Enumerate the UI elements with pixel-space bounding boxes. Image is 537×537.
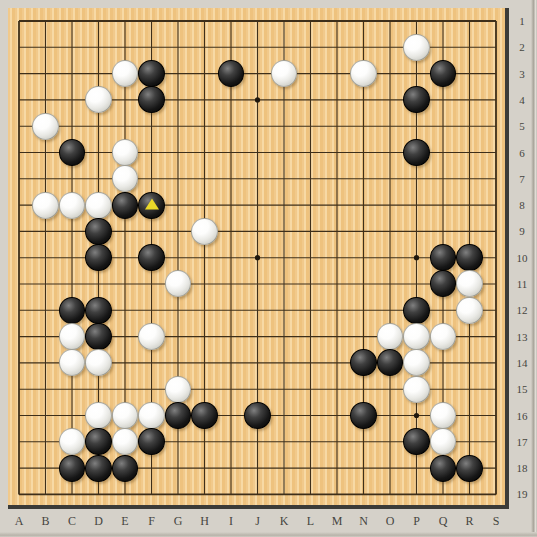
intersection-K9[interactable] [271, 218, 298, 244]
intersection-G11[interactable] [165, 271, 192, 297]
intersection-A4[interactable] [6, 87, 33, 113]
intersection-N9[interactable] [350, 218, 377, 244]
intersection-Q9[interactable] [430, 218, 457, 244]
intersection-M6[interactable] [324, 139, 351, 165]
intersection-E3[interactable] [112, 60, 139, 86]
intersection-K5[interactable] [271, 113, 298, 139]
intersection-M3[interactable] [324, 60, 351, 86]
intersection-I16[interactable] [218, 402, 245, 428]
intersection-N2[interactable] [350, 34, 377, 60]
intersection-J10[interactable] [244, 245, 271, 271]
intersection-H3[interactable] [191, 60, 218, 86]
intersection-G14[interactable] [165, 350, 192, 376]
intersection-K8[interactable] [271, 192, 298, 218]
intersection-S17[interactable] [483, 429, 510, 455]
intersection-P2[interactable] [403, 34, 430, 60]
intersection-F13[interactable] [138, 323, 165, 349]
intersection-B10[interactable] [32, 245, 59, 271]
intersection-S18[interactable] [483, 455, 510, 481]
intersection-O3[interactable] [377, 60, 404, 86]
intersection-L2[interactable] [297, 34, 324, 60]
intersection-B17[interactable] [32, 429, 59, 455]
intersection-E19[interactable] [112, 481, 139, 507]
intersection-H9[interactable] [191, 218, 218, 244]
intersection-E17[interactable] [112, 429, 139, 455]
intersection-D16[interactable] [85, 402, 112, 428]
intersection-F7[interactable] [138, 166, 165, 192]
intersection-F9[interactable] [138, 218, 165, 244]
intersection-B1[interactable] [32, 8, 59, 34]
intersection-A5[interactable] [6, 113, 33, 139]
intersection-N6[interactable] [350, 139, 377, 165]
intersection-O8[interactable] [377, 192, 404, 218]
intersection-B14[interactable] [32, 350, 59, 376]
intersection-K11[interactable] [271, 271, 298, 297]
intersection-Q7[interactable] [430, 166, 457, 192]
intersection-B18[interactable] [32, 455, 59, 481]
intersection-G3[interactable] [165, 60, 192, 86]
intersection-B15[interactable] [32, 376, 59, 402]
intersection-A8[interactable] [6, 192, 33, 218]
intersection-M17[interactable] [324, 429, 351, 455]
intersection-I12[interactable] [218, 297, 245, 323]
intersection-N10[interactable] [350, 245, 377, 271]
intersection-Q13[interactable] [430, 323, 457, 349]
intersection-A12[interactable] [6, 297, 33, 323]
intersection-O1[interactable] [377, 8, 404, 34]
intersection-A2[interactable] [6, 34, 33, 60]
intersection-O18[interactable] [377, 455, 404, 481]
intersection-C17[interactable] [59, 429, 86, 455]
intersection-C1[interactable] [59, 8, 86, 34]
intersection-C4[interactable] [59, 87, 86, 113]
intersection-J3[interactable] [244, 60, 271, 86]
intersection-Q19[interactable] [430, 481, 457, 507]
intersection-L15[interactable] [297, 376, 324, 402]
intersection-J4[interactable] [244, 87, 271, 113]
intersection-G18[interactable] [165, 455, 192, 481]
intersection-A13[interactable] [6, 323, 33, 349]
intersection-S6[interactable] [483, 139, 510, 165]
intersection-F12[interactable] [138, 297, 165, 323]
intersection-R2[interactable] [456, 34, 483, 60]
intersection-K19[interactable] [271, 481, 298, 507]
intersection-P6[interactable] [403, 139, 430, 165]
intersection-M16[interactable] [324, 402, 351, 428]
intersection-F11[interactable] [138, 271, 165, 297]
intersection-P4[interactable] [403, 87, 430, 113]
intersection-F6[interactable] [138, 139, 165, 165]
intersection-D4[interactable] [85, 87, 112, 113]
intersection-I17[interactable] [218, 429, 245, 455]
intersection-M15[interactable] [324, 376, 351, 402]
intersection-D3[interactable] [85, 60, 112, 86]
intersection-K3[interactable] [271, 60, 298, 86]
intersection-H8[interactable] [191, 192, 218, 218]
intersection-I8[interactable] [218, 192, 245, 218]
intersection-C10[interactable] [59, 245, 86, 271]
intersection-F2[interactable] [138, 34, 165, 60]
intersection-M2[interactable] [324, 34, 351, 60]
intersection-H2[interactable] [191, 34, 218, 60]
intersection-S2[interactable] [483, 34, 510, 60]
intersection-R8[interactable] [456, 192, 483, 218]
intersection-P7[interactable] [403, 166, 430, 192]
intersection-P16[interactable] [403, 402, 430, 428]
intersection-J8[interactable] [244, 192, 271, 218]
intersection-Q5[interactable] [430, 113, 457, 139]
intersection-G6[interactable] [165, 139, 192, 165]
intersection-Q14[interactable] [430, 350, 457, 376]
intersection-O2[interactable] [377, 34, 404, 60]
intersection-J1[interactable] [244, 8, 271, 34]
intersection-J15[interactable] [244, 376, 271, 402]
intersection-O14[interactable] [377, 350, 404, 376]
intersection-L1[interactable] [297, 8, 324, 34]
intersection-G17[interactable] [165, 429, 192, 455]
intersection-L13[interactable] [297, 323, 324, 349]
intersection-E5[interactable] [112, 113, 139, 139]
intersection-J13[interactable] [244, 323, 271, 349]
intersection-G1[interactable] [165, 8, 192, 34]
intersection-G16[interactable] [165, 402, 192, 428]
intersection-L3[interactable] [297, 60, 324, 86]
intersection-R7[interactable] [456, 166, 483, 192]
intersection-B11[interactable] [32, 271, 59, 297]
intersection-S16[interactable] [483, 402, 510, 428]
intersection-K16[interactable] [271, 402, 298, 428]
intersection-F19[interactable] [138, 481, 165, 507]
intersection-F5[interactable] [138, 113, 165, 139]
intersection-R5[interactable] [456, 113, 483, 139]
intersection-M8[interactable] [324, 192, 351, 218]
intersection-D11[interactable] [85, 271, 112, 297]
intersection-L14[interactable] [297, 350, 324, 376]
intersection-B5[interactable] [32, 113, 59, 139]
intersection-D2[interactable] [85, 34, 112, 60]
intersection-R16[interactable] [456, 402, 483, 428]
intersection-R9[interactable] [456, 218, 483, 244]
intersection-D19[interactable] [85, 481, 112, 507]
intersection-P12[interactable] [403, 297, 430, 323]
intersection-H14[interactable] [191, 350, 218, 376]
intersection-E16[interactable] [112, 402, 139, 428]
intersection-C3[interactable] [59, 60, 86, 86]
intersection-M12[interactable] [324, 297, 351, 323]
intersection-I4[interactable] [218, 87, 245, 113]
intersection-J19[interactable] [244, 481, 271, 507]
intersection-P11[interactable] [403, 271, 430, 297]
intersection-N11[interactable] [350, 271, 377, 297]
intersection-J16[interactable] [244, 402, 271, 428]
intersection-S1[interactable] [483, 8, 510, 34]
intersection-O5[interactable] [377, 113, 404, 139]
intersection-B8[interactable] [32, 192, 59, 218]
intersection-H12[interactable] [191, 297, 218, 323]
intersection-I10[interactable] [218, 245, 245, 271]
intersection-R12[interactable] [456, 297, 483, 323]
intersection-B4[interactable] [32, 87, 59, 113]
intersection-N5[interactable] [350, 113, 377, 139]
intersection-E2[interactable] [112, 34, 139, 60]
intersection-B16[interactable] [32, 402, 59, 428]
intersection-O10[interactable] [377, 245, 404, 271]
intersection-I19[interactable] [218, 481, 245, 507]
intersection-E11[interactable] [112, 271, 139, 297]
intersection-N17[interactable] [350, 429, 377, 455]
intersection-Q11[interactable] [430, 271, 457, 297]
intersection-J2[interactable] [244, 34, 271, 60]
intersection-S4[interactable] [483, 87, 510, 113]
intersection-A10[interactable] [6, 245, 33, 271]
intersection-I5[interactable] [218, 113, 245, 139]
intersection-K12[interactable] [271, 297, 298, 323]
intersection-C11[interactable] [59, 271, 86, 297]
intersection-O13[interactable] [377, 323, 404, 349]
intersection-L18[interactable] [297, 455, 324, 481]
intersection-G8[interactable] [165, 192, 192, 218]
intersection-J5[interactable] [244, 113, 271, 139]
intersection-K4[interactable] [271, 87, 298, 113]
intersection-N19[interactable] [350, 481, 377, 507]
intersection-K7[interactable] [271, 166, 298, 192]
intersection-H10[interactable] [191, 245, 218, 271]
intersection-P3[interactable] [403, 60, 430, 86]
intersection-P13[interactable] [403, 323, 430, 349]
intersection-O7[interactable] [377, 166, 404, 192]
intersection-B2[interactable] [32, 34, 59, 60]
intersection-H19[interactable] [191, 481, 218, 507]
intersection-A16[interactable] [6, 402, 33, 428]
intersection-D8[interactable] [85, 192, 112, 218]
intersection-B7[interactable] [32, 166, 59, 192]
intersection-I2[interactable] [218, 34, 245, 60]
intersection-C5[interactable] [59, 113, 86, 139]
intersection-I3[interactable] [218, 60, 245, 86]
intersection-H6[interactable] [191, 139, 218, 165]
intersection-L19[interactable] [297, 481, 324, 507]
intersection-L16[interactable] [297, 402, 324, 428]
intersection-H13[interactable] [191, 323, 218, 349]
intersection-M18[interactable] [324, 455, 351, 481]
intersection-A9[interactable] [6, 218, 33, 244]
intersection-F17[interactable] [138, 429, 165, 455]
intersection-G5[interactable] [165, 113, 192, 139]
intersection-I18[interactable] [218, 455, 245, 481]
intersection-R15[interactable] [456, 376, 483, 402]
intersection-N14[interactable] [350, 350, 377, 376]
intersection-E13[interactable] [112, 323, 139, 349]
intersection-O4[interactable] [377, 87, 404, 113]
intersection-E7[interactable] [112, 166, 139, 192]
intersection-B3[interactable] [32, 60, 59, 86]
intersection-I13[interactable] [218, 323, 245, 349]
intersection-C9[interactable] [59, 218, 86, 244]
intersection-L11[interactable] [297, 271, 324, 297]
intersection-H7[interactable] [191, 166, 218, 192]
intersection-I14[interactable] [218, 350, 245, 376]
intersection-S10[interactable] [483, 245, 510, 271]
intersection-K17[interactable] [271, 429, 298, 455]
intersection-J18[interactable] [244, 455, 271, 481]
intersection-K18[interactable] [271, 455, 298, 481]
intersection-D5[interactable] [85, 113, 112, 139]
intersection-F15[interactable] [138, 376, 165, 402]
intersection-M1[interactable] [324, 8, 351, 34]
intersection-Q4[interactable] [430, 87, 457, 113]
intersection-R17[interactable] [456, 429, 483, 455]
intersection-A15[interactable] [6, 376, 33, 402]
intersection-O15[interactable] [377, 376, 404, 402]
intersection-A11[interactable] [6, 271, 33, 297]
intersection-P10[interactable] [403, 245, 430, 271]
intersection-I7[interactable] [218, 166, 245, 192]
intersection-B9[interactable] [32, 218, 59, 244]
intersection-D15[interactable] [85, 376, 112, 402]
intersection-N8[interactable] [350, 192, 377, 218]
intersection-D6[interactable] [85, 139, 112, 165]
intersection-Q3[interactable] [430, 60, 457, 86]
intersection-G12[interactable] [165, 297, 192, 323]
intersection-L6[interactable] [297, 139, 324, 165]
intersection-I15[interactable] [218, 376, 245, 402]
intersection-S7[interactable] [483, 166, 510, 192]
intersection-B6[interactable] [32, 139, 59, 165]
intersection-N13[interactable] [350, 323, 377, 349]
intersection-H4[interactable] [191, 87, 218, 113]
intersection-J12[interactable] [244, 297, 271, 323]
intersection-R14[interactable] [456, 350, 483, 376]
intersection-L17[interactable] [297, 429, 324, 455]
intersection-S11[interactable] [483, 271, 510, 297]
intersection-C14[interactable] [59, 350, 86, 376]
intersection-J14[interactable] [244, 350, 271, 376]
intersection-C6[interactable] [59, 139, 86, 165]
intersection-G15[interactable] [165, 376, 192, 402]
intersection-R13[interactable] [456, 323, 483, 349]
intersection-A19[interactable] [6, 481, 33, 507]
intersection-F14[interactable] [138, 350, 165, 376]
intersection-R3[interactable] [456, 60, 483, 86]
intersection-H5[interactable] [191, 113, 218, 139]
intersection-E12[interactable] [112, 297, 139, 323]
intersection-G10[interactable] [165, 245, 192, 271]
intersection-O16[interactable] [377, 402, 404, 428]
intersection-K6[interactable] [271, 139, 298, 165]
intersection-M5[interactable] [324, 113, 351, 139]
intersection-F10[interactable] [138, 245, 165, 271]
intersection-M7[interactable] [324, 166, 351, 192]
intersection-N15[interactable] [350, 376, 377, 402]
intersection-G7[interactable] [165, 166, 192, 192]
intersection-C12[interactable] [59, 297, 86, 323]
intersection-E1[interactable] [112, 8, 139, 34]
intersection-J6[interactable] [244, 139, 271, 165]
intersection-E8[interactable] [112, 192, 139, 218]
intersection-Q1[interactable] [430, 8, 457, 34]
intersection-S13[interactable] [483, 323, 510, 349]
intersection-A18[interactable] [6, 455, 33, 481]
intersection-D13[interactable] [85, 323, 112, 349]
intersection-M9[interactable] [324, 218, 351, 244]
intersection-K14[interactable] [271, 350, 298, 376]
intersection-D9[interactable] [85, 218, 112, 244]
intersection-R11[interactable] [456, 271, 483, 297]
intersection-P17[interactable] [403, 429, 430, 455]
intersection-Q8[interactable] [430, 192, 457, 218]
intersection-K13[interactable] [271, 323, 298, 349]
intersection-A14[interactable] [6, 350, 33, 376]
intersection-A7[interactable] [6, 166, 33, 192]
intersection-E10[interactable] [112, 245, 139, 271]
go-board[interactable] [8, 8, 509, 509]
intersection-S14[interactable] [483, 350, 510, 376]
intersection-L12[interactable] [297, 297, 324, 323]
intersection-P9[interactable] [403, 218, 430, 244]
intersection-I6[interactable] [218, 139, 245, 165]
intersection-R4[interactable] [456, 87, 483, 113]
intersection-O17[interactable] [377, 429, 404, 455]
intersection-K15[interactable] [271, 376, 298, 402]
intersection-C18[interactable] [59, 455, 86, 481]
intersection-J7[interactable] [244, 166, 271, 192]
intersection-Q2[interactable] [430, 34, 457, 60]
intersection-C7[interactable] [59, 166, 86, 192]
intersection-O12[interactable] [377, 297, 404, 323]
intersection-N16[interactable] [350, 402, 377, 428]
intersection-B13[interactable] [32, 323, 59, 349]
intersection-S9[interactable] [483, 218, 510, 244]
intersection-L7[interactable] [297, 166, 324, 192]
intersection-N12[interactable] [350, 297, 377, 323]
intersection-M13[interactable] [324, 323, 351, 349]
intersection-D10[interactable] [85, 245, 112, 271]
intersection-G9[interactable] [165, 218, 192, 244]
intersection-O19[interactable] [377, 481, 404, 507]
intersection-H1[interactable] [191, 8, 218, 34]
intersection-L8[interactable] [297, 192, 324, 218]
intersection-R18[interactable] [456, 455, 483, 481]
intersection-M10[interactable] [324, 245, 351, 271]
intersection-S15[interactable] [483, 376, 510, 402]
intersection-I9[interactable] [218, 218, 245, 244]
intersection-N3[interactable] [350, 60, 377, 86]
intersection-C16[interactable] [59, 402, 86, 428]
intersection-L5[interactable] [297, 113, 324, 139]
intersection-S8[interactable] [483, 192, 510, 218]
intersection-B19[interactable] [32, 481, 59, 507]
intersection-M4[interactable] [324, 87, 351, 113]
intersection-F3[interactable] [138, 60, 165, 86]
intersection-C8[interactable] [59, 192, 86, 218]
intersection-A3[interactable] [6, 60, 33, 86]
intersection-J9[interactable] [244, 218, 271, 244]
intersection-M19[interactable] [324, 481, 351, 507]
intersection-F16[interactable] [138, 402, 165, 428]
intersection-K2[interactable] [271, 34, 298, 60]
intersection-J11[interactable] [244, 271, 271, 297]
intersection-L10[interactable] [297, 245, 324, 271]
intersection-N18[interactable] [350, 455, 377, 481]
intersection-F8[interactable] [138, 192, 165, 218]
intersection-D1[interactable] [85, 8, 112, 34]
intersection-F18[interactable] [138, 455, 165, 481]
intersection-R10[interactable] [456, 245, 483, 271]
intersection-E14[interactable] [112, 350, 139, 376]
intersection-Q6[interactable] [430, 139, 457, 165]
intersection-L9[interactable] [297, 218, 324, 244]
intersection-H18[interactable] [191, 455, 218, 481]
